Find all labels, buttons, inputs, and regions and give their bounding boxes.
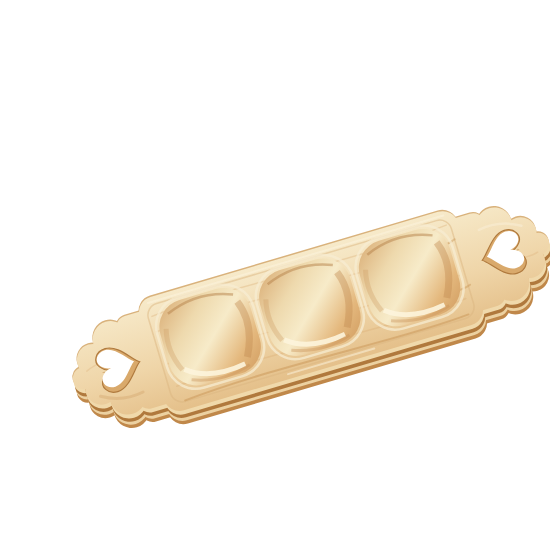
tray-illustration: [40, 16, 550, 550]
product-photo: Three-section wooden serving tray with h…: [40, 16, 550, 550]
